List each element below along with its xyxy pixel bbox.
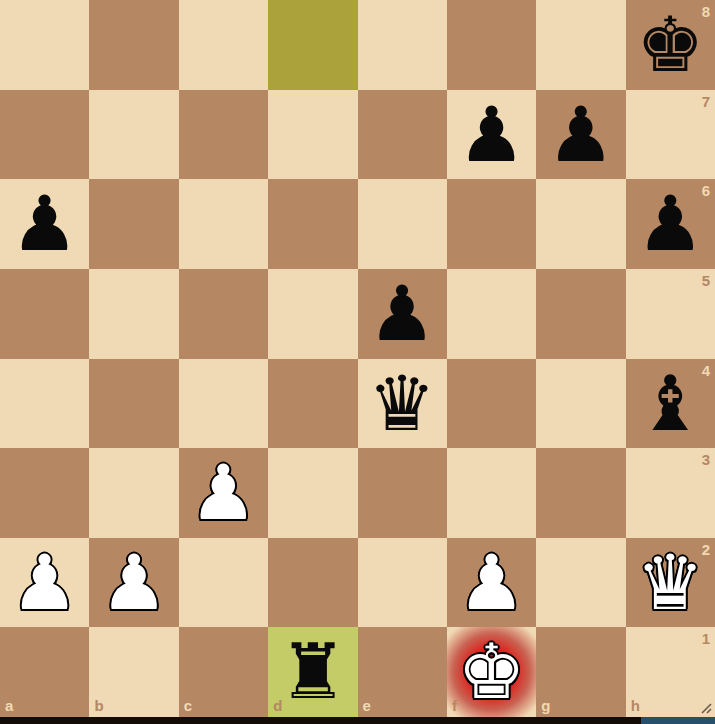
file-label-f: f: [452, 698, 457, 713]
file-label-g: g: [541, 698, 550, 713]
black-king[interactable]: ♚: [636, 0, 704, 90]
file-label-a: a: [5, 698, 13, 713]
square-c6[interactable]: [179, 179, 268, 269]
square-h1[interactable]: 1h: [626, 627, 715, 717]
square-f1[interactable]: f♚: [447, 627, 536, 717]
square-a6[interactable]: ♟: [0, 179, 89, 269]
square-d4[interactable]: [268, 359, 357, 449]
square-f8[interactable]: [447, 0, 536, 90]
bottom-bar-left: [0, 717, 641, 724]
square-d3[interactable]: [268, 448, 357, 538]
rank-label-8: 8: [702, 4, 710, 19]
square-c1[interactable]: c: [179, 627, 268, 717]
square-c3[interactable]: ♟: [179, 448, 268, 538]
square-c8[interactable]: [179, 0, 268, 90]
square-b1[interactable]: b: [89, 627, 178, 717]
square-g5[interactable]: [536, 269, 625, 359]
square-b4[interactable]: [89, 359, 178, 449]
square-b5[interactable]: [89, 269, 178, 359]
resize-handle-icon[interactable]: [698, 700, 712, 714]
square-c2[interactable]: [179, 538, 268, 628]
square-h7[interactable]: 7: [626, 90, 715, 180]
square-e5[interactable]: ♟: [358, 269, 447, 359]
black-rook[interactable]: ♜: [279, 627, 347, 717]
rank-label-1: 1: [702, 631, 710, 646]
square-g3[interactable]: [536, 448, 625, 538]
square-f2[interactable]: ♟: [447, 538, 536, 628]
square-e8[interactable]: [358, 0, 447, 90]
white-king[interactable]: ♚: [457, 627, 525, 717]
rank-label-3: 3: [702, 452, 710, 467]
file-label-d: d: [273, 698, 282, 713]
square-d7[interactable]: [268, 90, 357, 180]
square-g2[interactable]: [536, 538, 625, 628]
rank-label-7: 7: [702, 94, 710, 109]
square-d6[interactable]: [268, 179, 357, 269]
black-pawn[interactable]: ♟: [636, 179, 704, 269]
square-h2[interactable]: 2♛: [626, 538, 715, 628]
square-h4[interactable]: 4♝: [626, 359, 715, 449]
square-g4[interactable]: [536, 359, 625, 449]
black-pawn[interactable]: ♟: [11, 179, 79, 269]
file-label-b: b: [94, 698, 103, 713]
square-f5[interactable]: [447, 269, 536, 359]
rank-label-2: 2: [702, 542, 710, 557]
square-b2[interactable]: ♟: [89, 538, 178, 628]
square-a5[interactable]: [0, 269, 89, 359]
white-pawn[interactable]: ♟: [100, 538, 168, 628]
square-h8[interactable]: 8♚: [626, 0, 715, 90]
square-e7[interactable]: [358, 90, 447, 180]
black-pawn[interactable]: ♟: [457, 90, 525, 180]
square-b6[interactable]: [89, 179, 178, 269]
square-f7[interactable]: ♟: [447, 90, 536, 180]
square-h5[interactable]: 5: [626, 269, 715, 359]
square-f4[interactable]: [447, 359, 536, 449]
square-b7[interactable]: [89, 90, 178, 180]
square-c4[interactable]: [179, 359, 268, 449]
square-d5[interactable]: [268, 269, 357, 359]
file-label-e: e: [363, 698, 371, 713]
square-d8[interactable]: [268, 0, 357, 90]
square-f6[interactable]: [447, 179, 536, 269]
square-c7[interactable]: [179, 90, 268, 180]
file-label-c: c: [184, 698, 192, 713]
square-b3[interactable]: [89, 448, 178, 538]
square-a7[interactable]: [0, 90, 89, 180]
square-e2[interactable]: [358, 538, 447, 628]
bottom-bar: [0, 717, 715, 724]
square-g8[interactable]: [536, 0, 625, 90]
white-queen[interactable]: ♛: [636, 538, 704, 628]
chess-board: 8♚♟♟7♟6♟♟5♛4♝♟3♟♟♟2♛abcd♜ef♚g1h: [0, 0, 715, 717]
black-pawn[interactable]: ♟: [368, 269, 436, 359]
white-pawn[interactable]: ♟: [11, 538, 79, 628]
square-g1[interactable]: g: [536, 627, 625, 717]
square-f3[interactable]: [447, 448, 536, 538]
square-a2[interactable]: ♟: [0, 538, 89, 628]
square-d2[interactable]: [268, 538, 357, 628]
square-c5[interactable]: [179, 269, 268, 359]
chess-board-window: 8♚♟♟7♟6♟♟5♛4♝♟3♟♟♟2♛abcd♜ef♚g1h: [0, 0, 715, 724]
black-bishop[interactable]: ♝: [636, 359, 704, 449]
rank-label-6: 6: [702, 183, 710, 198]
square-e1[interactable]: e: [358, 627, 447, 717]
square-b8[interactable]: [89, 0, 178, 90]
square-a1[interactable]: a: [0, 627, 89, 717]
square-a3[interactable]: [0, 448, 89, 538]
black-pawn[interactable]: ♟: [547, 90, 615, 180]
square-e4[interactable]: ♛: [358, 359, 447, 449]
rank-label-4: 4: [702, 363, 710, 378]
white-pawn[interactable]: ♟: [457, 538, 525, 628]
bottom-bar-right: [641, 717, 715, 724]
square-h3[interactable]: 3: [626, 448, 715, 538]
square-a4[interactable]: [0, 359, 89, 449]
white-pawn[interactable]: ♟: [189, 448, 257, 538]
rank-label-5: 5: [702, 273, 710, 288]
square-d1[interactable]: d♜: [268, 627, 357, 717]
square-g6[interactable]: [536, 179, 625, 269]
file-label-h: h: [631, 698, 640, 713]
square-g7[interactable]: ♟: [536, 90, 625, 180]
square-h6[interactable]: 6♟: [626, 179, 715, 269]
black-queen[interactable]: ♛: [368, 359, 436, 449]
square-a8[interactable]: [0, 0, 89, 90]
square-e3[interactable]: [358, 448, 447, 538]
square-e6[interactable]: [358, 179, 447, 269]
